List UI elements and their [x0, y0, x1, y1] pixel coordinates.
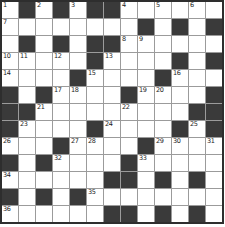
letter-cell[interactable] [104, 104, 120, 120]
clue-number: 17 [54, 87, 62, 94]
block-cell [87, 121, 103, 137]
clue-number: 10 [3, 53, 11, 60]
letter-cell[interactable] [121, 138, 137, 154]
clue-number: 25 [190, 121, 198, 128]
letter-cell[interactable] [138, 172, 154, 188]
letter-cell[interactable] [121, 189, 137, 205]
block-cell [53, 36, 69, 52]
block-cell [104, 172, 120, 188]
letter-cell[interactable]: 1 [2, 2, 18, 18]
letter-cell[interactable] [172, 189, 188, 205]
clue-number: 11 [20, 53, 28, 60]
block-cell [2, 104, 18, 120]
letter-cell[interactable] [172, 155, 188, 171]
letter-cell[interactable] [53, 70, 69, 86]
letter-cell[interactable] [53, 104, 69, 120]
block-cell [19, 2, 35, 18]
letter-cell[interactable] [36, 70, 52, 86]
letter-cell[interactable] [155, 104, 171, 120]
clue-number: 22 [122, 104, 130, 111]
clue-number: 27 [71, 138, 79, 145]
letter-cell[interactable]: 10 [2, 53, 18, 69]
letter-cell[interactable] [53, 206, 69, 222]
letter-cell[interactable] [138, 121, 154, 137]
letter-cell[interactable]: 5 [155, 2, 171, 18]
letter-cell[interactable] [19, 155, 35, 171]
letter-cell[interactable] [121, 19, 137, 35]
letter-cell[interactable] [206, 206, 222, 222]
block-cell [2, 189, 18, 205]
clue-number: 4 [122, 2, 126, 9]
clue-number: 5 [156, 2, 160, 9]
block-cell [104, 206, 120, 222]
clue-number: 32 [54, 155, 62, 162]
letter-cell[interactable] [70, 121, 86, 137]
letter-cell[interactable] [70, 155, 86, 171]
letter-cell[interactable]: 13 [104, 53, 120, 69]
clue-number: 7 [3, 19, 7, 26]
letter-cell[interactable] [206, 172, 222, 188]
block-cell [70, 70, 86, 86]
block-cell [19, 104, 35, 120]
letter-cell[interactable] [172, 172, 188, 188]
block-cell [172, 53, 188, 69]
block-cell [138, 138, 154, 154]
clue-number: 26 [3, 138, 11, 145]
block-cell [36, 155, 52, 171]
block-cell [172, 121, 188, 137]
letter-cell[interactable] [19, 19, 35, 35]
letter-cell[interactable] [121, 53, 137, 69]
block-cell [172, 19, 188, 35]
letter-cell[interactable]: 7 [2, 19, 18, 35]
letter-cell[interactable]: 25 [189, 121, 205, 137]
letter-cell[interactable] [36, 121, 52, 137]
letter-cell[interactable]: 34 [2, 172, 18, 188]
letter-cell[interactable] [19, 206, 35, 222]
letter-cell[interactable] [155, 36, 171, 52]
clue-number: 28 [88, 138, 96, 145]
letter-cell[interactable] [121, 70, 137, 86]
letter-cell[interactable] [19, 172, 35, 188]
block-cell [206, 104, 222, 120]
block-cell [36, 189, 52, 205]
letter-cell[interactable]: 32 [53, 155, 69, 171]
letter-cell[interactable] [104, 19, 120, 35]
block-cell [206, 121, 222, 137]
letter-cell[interactable] [70, 19, 86, 35]
clue-number: 33 [139, 155, 147, 162]
letter-cell[interactable]: 23 [19, 121, 35, 137]
clue-number: 19 [139, 87, 147, 94]
letter-cell[interactable] [2, 36, 18, 52]
block-cell [2, 155, 18, 171]
letter-cell[interactable] [104, 138, 120, 154]
block-cell [155, 70, 171, 86]
letter-cell[interactable] [172, 36, 188, 52]
letter-cell[interactable]: 36 [2, 206, 18, 222]
letter-cell[interactable] [172, 87, 188, 103]
clue-number: 16 [173, 70, 181, 77]
letter-cell[interactable]: 6 [189, 2, 205, 18]
letter-cell[interactable] [155, 53, 171, 69]
letter-cell[interactable] [155, 121, 171, 137]
letter-cell[interactable] [87, 172, 103, 188]
block-cell [206, 53, 222, 69]
letter-cell[interactable] [172, 104, 188, 120]
letter-cell[interactable]: 19 [138, 87, 154, 103]
letter-cell[interactable] [189, 19, 205, 35]
clue-number: 3 [71, 2, 75, 9]
letter-cell[interactable]: 26 [2, 138, 18, 154]
letter-cell[interactable] [155, 19, 171, 35]
letter-cell[interactable] [53, 172, 69, 188]
letter-cell[interactable] [104, 70, 120, 86]
letter-cell[interactable] [189, 87, 205, 103]
block-cell [104, 2, 120, 18]
letter-cell[interactable]: 29 [155, 138, 171, 154]
block-cell [53, 138, 69, 154]
block-cell [2, 87, 18, 103]
block-cell [70, 189, 86, 205]
letter-cell[interactable]: 28 [87, 138, 103, 154]
letter-cell[interactable] [189, 155, 205, 171]
clue-number: 23 [20, 121, 28, 128]
letter-cell[interactable] [53, 189, 69, 205]
letter-cell[interactable] [206, 36, 222, 52]
letter-cell[interactable]: 22 [121, 104, 137, 120]
block-cell [189, 172, 205, 188]
block-cell [53, 2, 69, 18]
letter-cell[interactable]: 35 [87, 189, 103, 205]
letter-cell[interactable] [121, 121, 137, 137]
clue-number: 14 [3, 70, 11, 77]
letter-cell[interactable] [36, 53, 52, 69]
letter-cell[interactable] [138, 53, 154, 69]
letter-cell[interactable] [189, 70, 205, 86]
letter-cell[interactable] [172, 2, 188, 18]
letter-cell[interactable] [104, 155, 120, 171]
letter-cell[interactable] [70, 206, 86, 222]
letter-cell[interactable] [172, 206, 188, 222]
letter-cell[interactable] [189, 36, 205, 52]
clue-number: 21 [37, 104, 45, 111]
clue-number: 2 [37, 2, 41, 9]
letter-cell[interactable] [155, 189, 171, 205]
letter-cell[interactable] [36, 19, 52, 35]
block-cell [2, 121, 18, 137]
letter-cell[interactable]: 17 [53, 87, 69, 103]
block-cell [155, 206, 171, 222]
letter-cell[interactable]: 11 [19, 53, 35, 69]
letter-cell[interactable] [155, 155, 171, 171]
letter-cell[interactable] [206, 70, 222, 86]
letter-cell[interactable] [189, 138, 205, 154]
block-cell [87, 53, 103, 69]
clue-number: 12 [54, 53, 62, 60]
letter-cell[interactable] [70, 172, 86, 188]
block-cell [206, 87, 222, 103]
block-cell [206, 19, 222, 35]
letter-cell[interactable]: 2 [36, 2, 52, 18]
block-cell [19, 36, 35, 52]
letter-cell[interactable]: 16 [172, 70, 188, 86]
block-cell [121, 87, 137, 103]
crossword-puzzle: 1234567891011121314151617181920212223242… [0, 0, 225, 227]
letter-cell[interactable]: 4 [121, 2, 137, 18]
block-cell [155, 172, 171, 188]
letter-cell[interactable] [19, 189, 35, 205]
letter-cell[interactable] [104, 87, 120, 103]
letter-cell[interactable] [19, 70, 35, 86]
block-cell [121, 172, 137, 188]
letter-cell[interactable]: 3 [70, 2, 86, 18]
letter-cell[interactable]: 27 [70, 138, 86, 154]
letter-cell[interactable]: 15 [87, 70, 103, 86]
letter-cell[interactable]: 33 [138, 155, 154, 171]
block-cell [189, 206, 205, 222]
letter-cell[interactable]: 20 [155, 87, 171, 103]
letter-cell[interactable]: 24 [104, 121, 120, 137]
letter-cell[interactable] [189, 53, 205, 69]
letter-cell[interactable] [70, 53, 86, 69]
block-cell [36, 87, 52, 103]
letter-cell[interactable] [138, 2, 154, 18]
letter-cell[interactable] [70, 104, 86, 120]
letter-cell[interactable]: 12 [53, 53, 69, 69]
letter-cell[interactable] [36, 206, 52, 222]
block-cell [87, 36, 103, 52]
clue-number: 1 [3, 2, 7, 9]
letter-cell[interactable] [53, 19, 69, 35]
letter-cell[interactable]: 31 [206, 138, 222, 154]
letter-cell[interactable] [138, 104, 154, 120]
letter-cell[interactable] [70, 36, 86, 52]
letter-cell[interactable]: 8 [121, 36, 137, 52]
letter-cell[interactable] [87, 155, 103, 171]
letter-cell[interactable] [206, 189, 222, 205]
letter-cell[interactable]: 14 [2, 70, 18, 86]
clue-number: 34 [3, 172, 11, 179]
clue-number: 29 [156, 138, 164, 145]
clue-number: 35 [88, 189, 96, 196]
clue-number: 30 [173, 138, 181, 145]
letter-cell[interactable]: 21 [36, 104, 52, 120]
letter-cell[interactable] [87, 206, 103, 222]
block-cell [121, 155, 137, 171]
letter-cell[interactable] [53, 121, 69, 137]
letter-cell[interactable] [138, 189, 154, 205]
clue-number: 9 [139, 36, 143, 43]
letter-cell[interactable] [206, 2, 222, 18]
clue-number: 31 [207, 138, 215, 145]
clue-number: 18 [71, 87, 79, 94]
letter-cell[interactable] [87, 104, 103, 120]
block-cell [104, 36, 120, 52]
clue-number: 24 [105, 121, 113, 128]
clue-number: 13 [105, 53, 113, 60]
letter-cell[interactable] [189, 189, 205, 205]
letter-cell[interactable] [19, 138, 35, 154]
letter-cell[interactable] [36, 138, 52, 154]
crossword-grid: 1234567891011121314151617181920212223242… [0, 0, 224, 224]
block-cell [189, 104, 205, 120]
letter-cell[interactable]: 9 [138, 36, 154, 52]
clue-number: 36 [3, 206, 11, 213]
clue-number: 15 [88, 70, 96, 77]
letter-cell[interactable] [206, 155, 222, 171]
block-cell [121, 206, 137, 222]
block-cell [138, 19, 154, 35]
letter-cell[interactable] [104, 189, 120, 205]
clue-number: 6 [190, 2, 194, 9]
letter-cell[interactable] [87, 87, 103, 103]
clue-number: 20 [156, 87, 164, 94]
letter-cell[interactable] [87, 19, 103, 35]
letter-cell[interactable]: 18 [70, 87, 86, 103]
letter-cell[interactable] [36, 36, 52, 52]
letter-cell[interactable] [36, 172, 52, 188]
clue-number: 8 [122, 36, 126, 43]
letter-cell[interactable]: 30 [172, 138, 188, 154]
block-cell [87, 2, 103, 18]
letter-cell[interactable] [19, 87, 35, 103]
letter-cell[interactable] [138, 206, 154, 222]
letter-cell[interactable] [138, 70, 154, 86]
